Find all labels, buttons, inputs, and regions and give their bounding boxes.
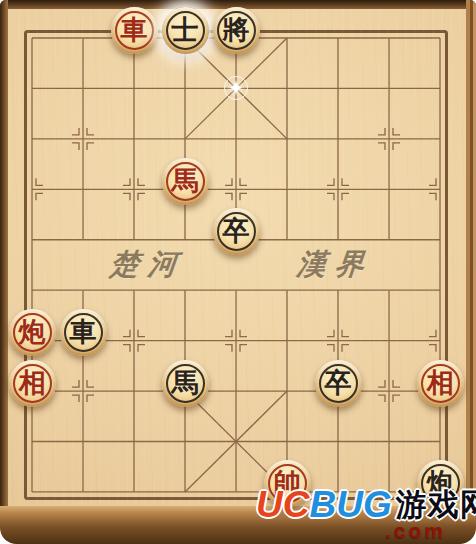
piece-black-soldier-a[interactable]: 卒 bbox=[213, 208, 260, 255]
piece-black-soldier-b[interactable]: 卒 bbox=[315, 360, 362, 407]
frame-right-edge bbox=[466, 0, 476, 514]
piece-glyph: 相 bbox=[19, 369, 46, 396]
piece-glyph: 馬 bbox=[172, 369, 199, 396]
piece-glyph: 將 bbox=[223, 16, 250, 43]
frame-left-edge bbox=[0, 0, 8, 514]
xiangqi-app: 楚河 漢界 車士將馬卒炮車相馬卒相帥炮 ✦ UCBUG游戏网 .com bbox=[0, 0, 476, 544]
piece-glyph: 馬 bbox=[172, 167, 199, 194]
piece-glyph: 車 bbox=[70, 318, 97, 345]
piece-black-advisor[interactable]: 士 bbox=[162, 7, 209, 54]
piece-glyph: 車 bbox=[121, 16, 148, 43]
piece-black-horse[interactable]: 馬 bbox=[162, 360, 209, 407]
piece-black-chariot[interactable]: 車 bbox=[60, 309, 107, 356]
watermark: UCBUG游戏网 bbox=[256, 486, 476, 523]
piece-red-horse[interactable]: 馬 bbox=[162, 158, 209, 205]
watermark-site: 游戏网 bbox=[396, 487, 476, 522]
watermark-com: .com bbox=[385, 519, 446, 543]
river-label-han-jie: 漢界 bbox=[295, 245, 375, 285]
watermark-bug: BUG bbox=[309, 484, 391, 525]
piece-glyph: 士 bbox=[172, 16, 199, 43]
piece-glyph: 卒 bbox=[325, 369, 352, 396]
watermark-uc: UC bbox=[256, 484, 309, 525]
piece-glyph: 卒 bbox=[223, 217, 250, 244]
piece-red-elephant-right[interactable]: 相 bbox=[417, 360, 464, 407]
piece-red-chariot[interactable]: 車 bbox=[111, 7, 158, 54]
piece-black-general[interactable]: 將 bbox=[213, 7, 260, 54]
piece-red-cannon[interactable]: 炮 bbox=[9, 309, 56, 356]
piece-glyph: 相 bbox=[427, 369, 454, 396]
river-label-chu-he: 楚河 bbox=[108, 245, 188, 285]
xiangqi-board[interactable] bbox=[0, 0, 476, 544]
piece-glyph: 炮 bbox=[19, 318, 46, 345]
piece-red-elephant-left[interactable]: 相 bbox=[9, 360, 56, 407]
